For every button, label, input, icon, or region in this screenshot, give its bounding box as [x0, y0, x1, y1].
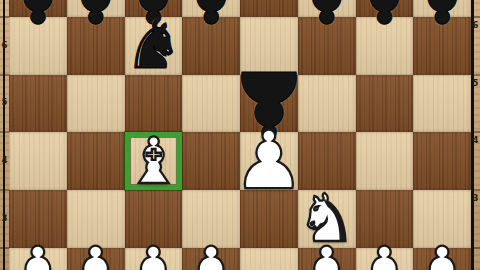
chess-board-screenshot: ♟♟♟♟♟♟♟♞♟♝♟♞♟♟♟♟♟♟♟ 65436543 — [0, 0, 480, 270]
white-pawn-h2[interactable]: ♟ — [406, 237, 478, 270]
square-h2[interactable]: ♟ — [413, 248, 471, 270]
square-g5[interactable] — [356, 75, 414, 133]
square-h4[interactable] — [413, 132, 471, 190]
square-h5[interactable] — [413, 75, 471, 133]
rank-label-right-3: 3 — [471, 194, 480, 203]
white-pawn-e4[interactable]: ♟ — [233, 121, 305, 201]
frame-rank-tick — [471, 16, 480, 18]
square-g4[interactable] — [356, 132, 414, 190]
square-e2[interactable] — [240, 248, 298, 270]
square-a5[interactable] — [9, 75, 67, 133]
square-h7[interactable]: ♟ — [413, 0, 471, 17]
frame-rank-tick — [471, 247, 480, 249]
frame-rank-tick — [471, 189, 480, 191]
frame-rank-tick — [471, 74, 480, 76]
square-g2[interactable]: ♟ — [356, 248, 414, 270]
rank-label-right-4: 4 — [471, 136, 480, 145]
square-a4[interactable] — [9, 132, 67, 190]
rank-label-right-6: 6 — [471, 21, 480, 30]
frame-rank-tick — [0, 74, 9, 76]
white-bishop-c4[interactable]: ♝ — [125, 129, 182, 193]
square-c4[interactable]: ♝ — [125, 132, 183, 190]
rank-label-left-6: 6 — [0, 41, 9, 50]
square-c2[interactable]: ♟ — [125, 248, 183, 270]
square-b4[interactable] — [67, 132, 125, 190]
frame-rank-tick — [0, 16, 9, 18]
square-e4[interactable]: ♟ — [240, 132, 298, 190]
square-a2[interactable]: ♟ — [9, 248, 67, 270]
frame-rank-tick — [0, 247, 9, 249]
square-b2[interactable]: ♟ — [67, 248, 125, 270]
rank-label-left-3: 3 — [0, 214, 9, 223]
frame-rank-tick — [471, 131, 480, 133]
square-c6[interactable]: ♞ — [125, 17, 183, 75]
rank-label-left-5: 5 — [0, 98, 9, 107]
black-pawn-h7[interactable]: ♟ — [401, 0, 480, 34]
white-pawn-d2[interactable]: ♟ — [175, 237, 247, 270]
square-d7[interactable]: ♟ — [182, 0, 240, 17]
square-d2[interactable]: ♟ — [182, 248, 240, 270]
square-b5[interactable] — [67, 75, 125, 133]
frame-rank-tick — [0, 189, 9, 191]
square-f2[interactable]: ♟ — [298, 248, 356, 270]
rank-label-right-5: 5 — [471, 79, 480, 88]
rank-label-left-4: 4 — [0, 156, 9, 165]
black-knight-c6[interactable]: ♞ — [124, 13, 183, 79]
frame-rank-tick — [0, 131, 9, 133]
chess-board: ♟♟♟♟♟♟♟♞♟♝♟♞♟♟♟♟♟♟♟ — [9, 0, 471, 270]
